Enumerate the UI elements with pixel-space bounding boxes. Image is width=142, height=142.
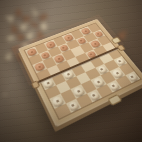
blurred-chess-piece: ♟ xyxy=(2,49,16,63)
photo-scene: ♟♞♟♝♜♟♟♝♞♜♟♟♟♝♟♞♟♟♟● xyxy=(0,0,142,142)
blurred-chess-piece: ♟ xyxy=(17,19,32,34)
blurred-chess-piece: ♜ xyxy=(36,10,50,24)
blurred-chess-piece: ● xyxy=(3,93,7,97)
blurred-chess-piece: ♟ xyxy=(3,12,17,25)
blurred-chess-piece: ♝ xyxy=(27,17,41,31)
blurred-chess-piece: ♞ xyxy=(38,20,50,33)
board-grid[interactable] xyxy=(25,23,140,118)
light-checker[interactable] xyxy=(126,72,138,82)
checkers-board[interactable] xyxy=(18,19,142,127)
board-clasp-right xyxy=(111,37,122,45)
blurred-chess-piece: ♟ xyxy=(7,22,20,36)
blurred-chess-piece: ♞ xyxy=(12,6,25,20)
blurred-chess-piece: ♝ xyxy=(28,5,42,19)
board-clasp-bottom xyxy=(108,94,123,106)
board-frame xyxy=(18,19,142,127)
blurred-chess-piece: ♟ xyxy=(13,29,28,44)
blurred-chess-piece: ♟ xyxy=(23,28,37,42)
blurred-chess-piece: ♟ xyxy=(21,13,34,25)
blurred-chess-piece: ♜ xyxy=(3,32,17,45)
